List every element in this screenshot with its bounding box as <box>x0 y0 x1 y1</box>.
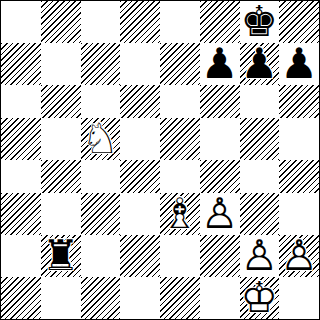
piece-white-outline: ♘ <box>82 114 120 163</box>
square-a4[interactable] <box>1 160 41 193</box>
piece-black-r-b2[interactable]: ♜ <box>42 235 80 277</box>
square-b5[interactable] <box>41 118 81 160</box>
square-d1[interactable] <box>120 277 160 319</box>
square-g8[interactable]: ♚ <box>240 1 280 43</box>
square-e7[interactable] <box>160 43 200 85</box>
piece-white-b-e3[interactable]: ♝♗ <box>161 193 199 235</box>
square-f2[interactable] <box>200 235 240 277</box>
square-f5[interactable] <box>200 118 240 160</box>
piece-white-outline: ♙ <box>201 189 239 238</box>
piece-white-outline: ♔ <box>241 273 279 320</box>
square-c8[interactable] <box>81 1 121 43</box>
square-a3[interactable] <box>1 193 41 235</box>
piece-white-k-g1[interactable]: ♚♔ <box>241 277 279 319</box>
square-h3[interactable] <box>279 193 319 235</box>
square-e3[interactable]: ♝♗ <box>160 193 200 235</box>
square-f7[interactable]: ♟ <box>200 43 240 85</box>
square-d4[interactable] <box>120 160 160 193</box>
square-b7[interactable] <box>41 43 81 85</box>
square-f3[interactable]: ♟♙ <box>200 193 240 235</box>
square-g4[interactable] <box>240 160 280 193</box>
piece-black-p-f7[interactable]: ♟ <box>201 43 239 85</box>
square-a8[interactable] <box>1 1 41 43</box>
piece-white-outline: ♗ <box>161 189 199 238</box>
square-d8[interactable] <box>120 1 160 43</box>
piece-black-p-g7[interactable]: ♟ <box>241 43 279 85</box>
square-a2[interactable] <box>1 235 41 277</box>
square-g5[interactable] <box>240 118 280 160</box>
square-b3[interactable] <box>41 193 81 235</box>
square-h7[interactable]: ♟ <box>279 43 319 85</box>
square-b1[interactable] <box>41 277 81 319</box>
square-c5[interactable]: ♞♘ <box>81 118 121 160</box>
square-h1[interactable] <box>279 277 319 319</box>
square-e1[interactable] <box>160 277 200 319</box>
piece-black-k-g8[interactable]: ♚ <box>241 1 279 43</box>
square-h2[interactable]: ♟♙ <box>279 235 319 277</box>
square-c4[interactable] <box>81 160 121 193</box>
square-f6[interactable] <box>200 85 240 118</box>
square-c2[interactable] <box>81 235 121 277</box>
square-a7[interactable] <box>1 43 41 85</box>
square-d2[interactable] <box>120 235 160 277</box>
square-g3[interactable] <box>240 193 280 235</box>
square-g6[interactable] <box>240 85 280 118</box>
square-c7[interactable] <box>81 43 121 85</box>
square-h5[interactable] <box>279 118 319 160</box>
square-e2[interactable] <box>160 235 200 277</box>
square-d7[interactable] <box>120 43 160 85</box>
square-f8[interactable] <box>200 1 240 43</box>
square-a1[interactable] <box>1 277 41 319</box>
chess-board: ♚♟♟♟♞♘♝♗♟♙♜♟♙♟♙♚♔ <box>0 0 320 320</box>
square-b8[interactable] <box>41 1 81 43</box>
piece-white-n-c5[interactable]: ♞♘ <box>82 118 120 160</box>
piece-black-p-h7[interactable]: ♟ <box>280 43 318 85</box>
square-e6[interactable] <box>160 85 200 118</box>
square-b4[interactable] <box>41 160 81 193</box>
square-c1[interactable] <box>81 277 121 319</box>
square-h4[interactable] <box>279 160 319 193</box>
square-h6[interactable] <box>279 85 319 118</box>
square-e5[interactable] <box>160 118 200 160</box>
square-d5[interactable] <box>120 118 160 160</box>
square-b6[interactable] <box>41 85 81 118</box>
square-a5[interactable] <box>1 118 41 160</box>
piece-white-p-g2[interactable]: ♟♙ <box>241 235 279 277</box>
square-e8[interactable] <box>160 1 200 43</box>
square-d3[interactable] <box>120 193 160 235</box>
piece-white-p-h2[interactable]: ♟♙ <box>280 235 318 277</box>
square-g2[interactable]: ♟♙ <box>240 235 280 277</box>
square-d6[interactable] <box>120 85 160 118</box>
square-f1[interactable] <box>200 277 240 319</box>
square-h8[interactable] <box>279 1 319 43</box>
square-c3[interactable] <box>81 193 121 235</box>
square-g7[interactable]: ♟ <box>240 43 280 85</box>
piece-white-outline: ♙ <box>280 231 318 280</box>
square-b2[interactable]: ♜ <box>41 235 81 277</box>
square-g1[interactable]: ♚♔ <box>240 277 280 319</box>
square-a6[interactable] <box>1 85 41 118</box>
piece-white-p-f3[interactable]: ♟♙ <box>201 193 239 235</box>
